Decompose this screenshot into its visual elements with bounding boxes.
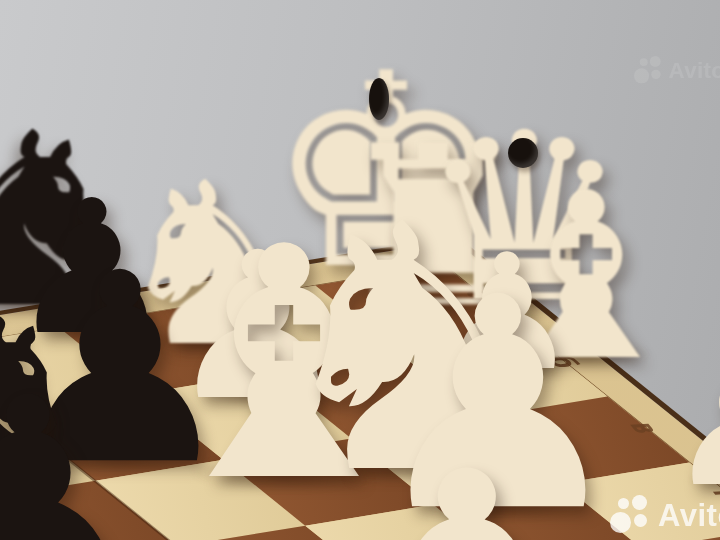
avito-logo-icon (634, 56, 663, 86)
avito-watermark-text: Avito (658, 498, 720, 534)
photo-scene: абвгдежз ♞♟♟♞♟♞♚♜♛♝♟♟♞♝♟♟♟ Avito Avito (0, 0, 720, 540)
white-queen-black-finial (508, 138, 538, 168)
black-pawn-piece: ♟ (0, 392, 151, 540)
white-pawn-piece: ♟ (303, 466, 630, 540)
white-pawn-piece: ♟ (665, 348, 720, 492)
avito-watermark-top: Avito (634, 56, 720, 86)
avito-watermark-text: Avito (669, 58, 720, 84)
avito-watermark-bottom: Avito (610, 495, 720, 537)
white-king-black-finial (369, 78, 389, 120)
avito-logo-icon (610, 495, 650, 537)
